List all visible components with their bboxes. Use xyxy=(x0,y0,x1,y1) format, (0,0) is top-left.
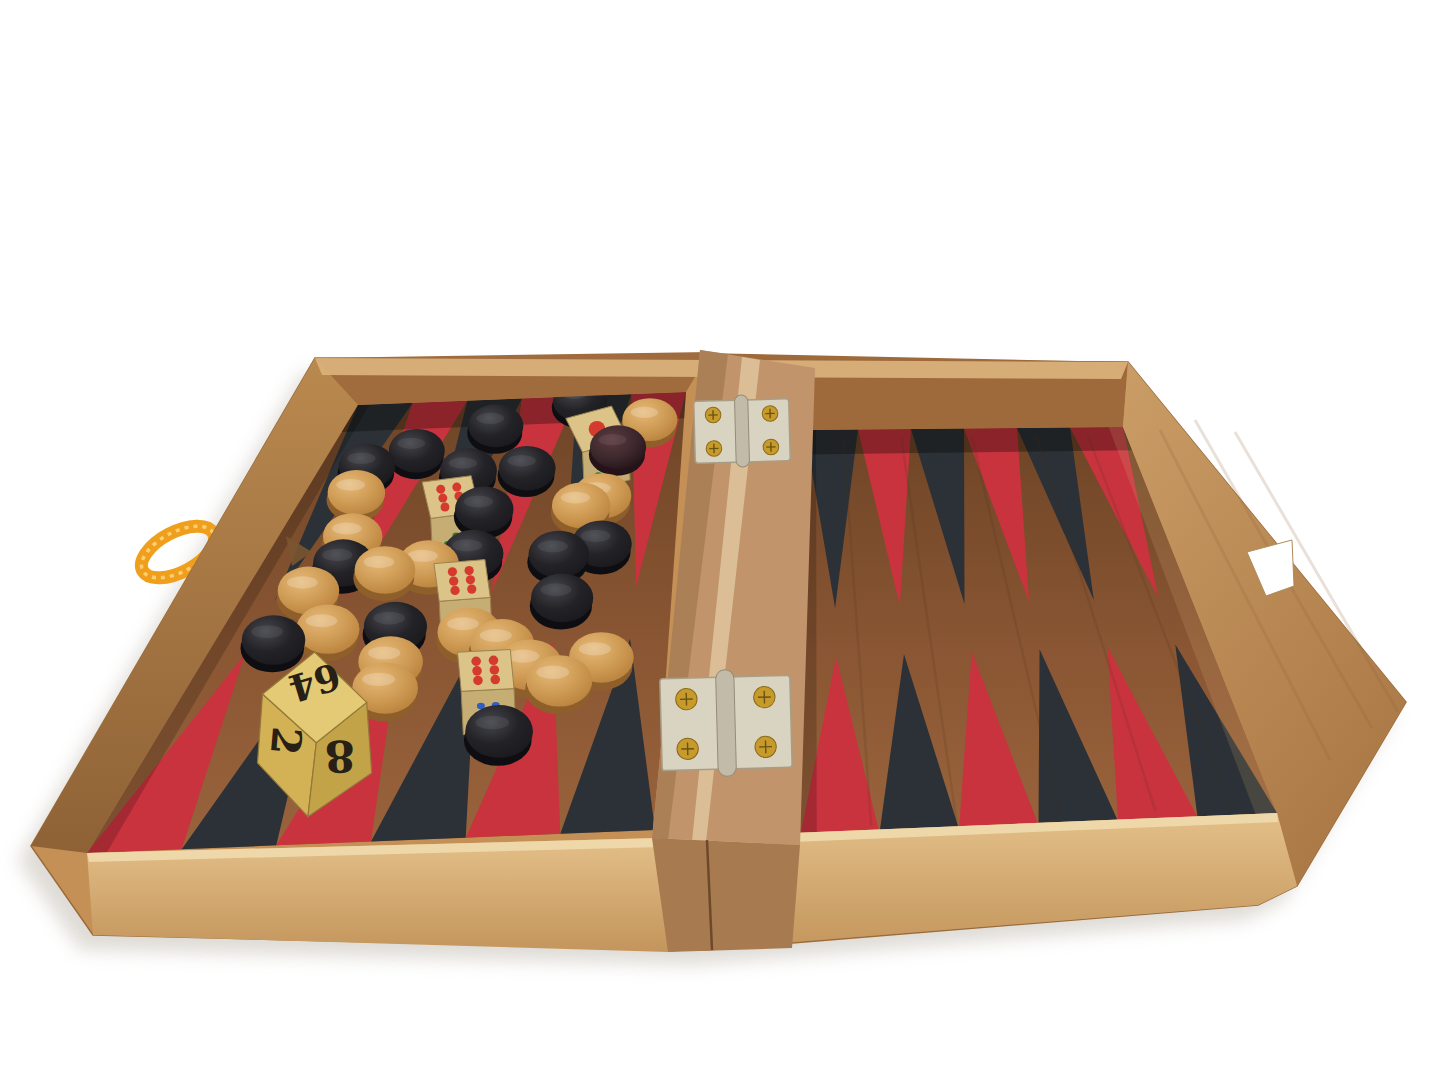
cube-number: 8 xyxy=(324,730,356,782)
die-pip xyxy=(452,483,461,492)
checker-top xyxy=(465,705,533,758)
checker-top xyxy=(531,574,593,623)
checker-highlight xyxy=(449,457,477,469)
hinge-bottom xyxy=(660,668,793,778)
checker-top xyxy=(328,470,386,515)
die-pip xyxy=(448,567,457,576)
checker-highlight xyxy=(447,617,479,630)
die-pip xyxy=(490,665,500,675)
backgammon-scene: 6428 xyxy=(0,0,1445,1084)
checker-highlight xyxy=(475,716,509,730)
checker-natural[interactable] xyxy=(295,604,359,661)
die-pip xyxy=(472,666,482,676)
die-top-face xyxy=(434,560,490,602)
hinge-barrel xyxy=(716,669,737,776)
checker-top xyxy=(455,486,514,532)
checker-natural[interactable] xyxy=(525,655,592,714)
checker-highlight xyxy=(306,614,338,627)
checker-highlight xyxy=(364,556,394,568)
die-pip xyxy=(473,676,483,686)
die-pip xyxy=(491,675,501,685)
die-pip xyxy=(450,586,459,595)
checker-highlight xyxy=(561,492,590,504)
checker-highlight xyxy=(251,625,283,638)
checker-top xyxy=(529,531,589,578)
checker-highlight xyxy=(536,666,569,679)
checker-black[interactable] xyxy=(467,404,523,453)
checker-highlight xyxy=(538,540,568,552)
die-pip xyxy=(465,566,474,575)
checker-black[interactable] xyxy=(530,574,594,630)
checker-highlight xyxy=(336,479,365,491)
die-pip xyxy=(436,485,445,494)
checker-black[interactable] xyxy=(388,429,445,479)
checker-black[interactable] xyxy=(464,705,533,766)
die-pip xyxy=(471,656,481,666)
checker-black[interactable] xyxy=(454,486,514,539)
die-pip xyxy=(449,577,458,586)
checker-highlight xyxy=(631,407,659,418)
checker-natural[interactable] xyxy=(353,546,415,601)
die-pip xyxy=(440,503,449,512)
checker-highlight xyxy=(581,530,611,542)
checker-highlight xyxy=(579,642,611,655)
die-pip xyxy=(438,494,447,503)
checker-highlight xyxy=(452,539,482,551)
checker-highlight xyxy=(322,549,352,561)
checker-highlight xyxy=(332,522,362,534)
checker-black[interactable] xyxy=(498,446,556,497)
checker-highlight xyxy=(397,438,425,449)
checker-highlight xyxy=(598,434,626,445)
hinge-top xyxy=(694,394,791,468)
checker-highlight xyxy=(480,629,512,642)
die-top-face xyxy=(458,650,515,692)
checker-top xyxy=(389,429,445,473)
checker-highlight xyxy=(362,673,395,686)
die-pip xyxy=(467,585,476,594)
checker-top xyxy=(527,655,593,706)
checker-highlight xyxy=(287,576,318,588)
checker-highlight xyxy=(540,583,571,596)
checker-black[interactable] xyxy=(241,615,306,672)
checker-highlight xyxy=(477,413,505,424)
checker-highlight xyxy=(464,496,493,508)
checker-top xyxy=(499,446,556,490)
checker-top xyxy=(355,546,416,593)
checker-top xyxy=(242,615,306,665)
checker-highlight xyxy=(507,455,535,467)
die-pip xyxy=(489,656,499,666)
hinge-barrel xyxy=(734,395,749,467)
checker-top xyxy=(590,425,646,469)
divider-end-cap xyxy=(652,838,800,952)
checker-highlight xyxy=(373,612,405,625)
checker-black[interactable] xyxy=(589,425,646,475)
die-pip xyxy=(466,575,475,584)
checker-top xyxy=(296,604,359,653)
photo-backgammon-travel-set: 6428 xyxy=(0,0,1445,1084)
checker-top xyxy=(468,404,523,447)
cube-number: 2 xyxy=(261,725,311,757)
checker-highlight xyxy=(368,646,400,659)
checker-highlight xyxy=(347,453,375,464)
right-tray-back-shadow xyxy=(805,427,1132,454)
